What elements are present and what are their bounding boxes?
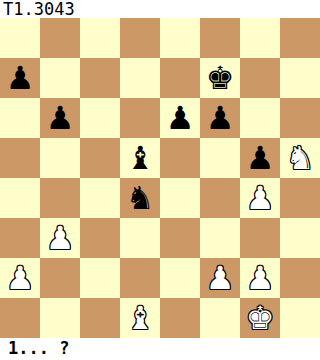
- white-king[interactable]: ♚: [240, 298, 280, 338]
- square-g7[interactable]: [240, 58, 280, 98]
- square-h7[interactable]: [280, 58, 320, 98]
- square-h4[interactable]: [280, 178, 320, 218]
- square-b8[interactable]: [40, 18, 80, 58]
- black-bishop[interactable]: ♝: [120, 138, 160, 178]
- square-b5[interactable]: [40, 138, 80, 178]
- square-c5[interactable]: [80, 138, 120, 178]
- square-b6[interactable]: ♟: [40, 98, 80, 138]
- square-f8[interactable]: [200, 18, 240, 58]
- white-pawn[interactable]: ♟: [240, 178, 280, 218]
- square-h2[interactable]: [280, 258, 320, 298]
- square-d2[interactable]: [120, 258, 160, 298]
- square-c7[interactable]: [80, 58, 120, 98]
- square-c2[interactable]: [80, 258, 120, 298]
- black-pawn[interactable]: ♟: [160, 98, 200, 138]
- square-d5[interactable]: ♝: [120, 138, 160, 178]
- square-b4[interactable]: [40, 178, 80, 218]
- square-g4[interactable]: ♟: [240, 178, 280, 218]
- square-h1[interactable]: [280, 298, 320, 338]
- square-f6[interactable]: ♟: [200, 98, 240, 138]
- square-e8[interactable]: [160, 18, 200, 58]
- square-g2[interactable]: ♟: [240, 258, 280, 298]
- square-e5[interactable]: [160, 138, 200, 178]
- square-d3[interactable]: [120, 218, 160, 258]
- square-h6[interactable]: [280, 98, 320, 138]
- square-a4[interactable]: [0, 178, 40, 218]
- square-a1[interactable]: [0, 298, 40, 338]
- puzzle-id: T1.3043: [0, 0, 320, 18]
- square-e7[interactable]: [160, 58, 200, 98]
- chess-puzzle-app: T1.3043 ♟♚♟♟♟♝♟♞♞♟♟♟♟♟♝♚ 1... ?: [0, 0, 320, 360]
- white-pawn[interactable]: ♟: [240, 258, 280, 298]
- square-a3[interactable]: [0, 218, 40, 258]
- square-f4[interactable]: [200, 178, 240, 218]
- square-a7[interactable]: ♟: [0, 58, 40, 98]
- square-b2[interactable]: [40, 258, 80, 298]
- square-c1[interactable]: [80, 298, 120, 338]
- square-g8[interactable]: [240, 18, 280, 58]
- white-bishop[interactable]: ♝: [120, 298, 160, 338]
- square-h5[interactable]: ♞: [280, 138, 320, 178]
- square-f5[interactable]: [200, 138, 240, 178]
- black-pawn[interactable]: ♟: [0, 58, 40, 98]
- square-f2[interactable]: ♟: [200, 258, 240, 298]
- square-e2[interactable]: [160, 258, 200, 298]
- black-pawn[interactable]: ♟: [200, 98, 240, 138]
- square-g3[interactable]: [240, 218, 280, 258]
- square-f1[interactable]: [200, 298, 240, 338]
- square-a6[interactable]: [0, 98, 40, 138]
- square-a8[interactable]: [0, 18, 40, 58]
- square-f7[interactable]: ♚: [200, 58, 240, 98]
- square-g5[interactable]: ♟: [240, 138, 280, 178]
- square-d4[interactable]: ♞: [120, 178, 160, 218]
- square-e1[interactable]: [160, 298, 200, 338]
- square-g1[interactable]: ♚: [240, 298, 280, 338]
- square-f3[interactable]: [200, 218, 240, 258]
- square-c8[interactable]: [80, 18, 120, 58]
- square-e6[interactable]: ♟: [160, 98, 200, 138]
- square-h3[interactable]: [280, 218, 320, 258]
- square-e4[interactable]: [160, 178, 200, 218]
- square-a5[interactable]: [0, 138, 40, 178]
- square-d6[interactable]: [120, 98, 160, 138]
- move-prompt: 1... ?: [0, 338, 320, 360]
- chess-board: ♟♚♟♟♟♝♟♞♞♟♟♟♟♟♝♚: [0, 18, 320, 338]
- black-king[interactable]: ♚: [200, 58, 240, 98]
- white-pawn[interactable]: ♟: [200, 258, 240, 298]
- black-pawn[interactable]: ♟: [240, 138, 280, 178]
- square-d1[interactable]: ♝: [120, 298, 160, 338]
- square-h8[interactable]: [280, 18, 320, 58]
- square-d7[interactable]: [120, 58, 160, 98]
- black-pawn[interactable]: ♟: [40, 98, 80, 138]
- square-c6[interactable]: [80, 98, 120, 138]
- square-b3[interactable]: ♟: [40, 218, 80, 258]
- square-d8[interactable]: [120, 18, 160, 58]
- square-e3[interactable]: [160, 218, 200, 258]
- black-knight[interactable]: ♞: [120, 178, 160, 218]
- square-c3[interactable]: [80, 218, 120, 258]
- square-a2[interactable]: ♟: [0, 258, 40, 298]
- square-b7[interactable]: [40, 58, 80, 98]
- white-knight[interactable]: ♞: [280, 138, 320, 178]
- square-b1[interactable]: [40, 298, 80, 338]
- square-g6[interactable]: [240, 98, 280, 138]
- white-pawn[interactable]: ♟: [40, 218, 80, 258]
- white-pawn[interactable]: ♟: [0, 258, 40, 298]
- square-c4[interactable]: [80, 178, 120, 218]
